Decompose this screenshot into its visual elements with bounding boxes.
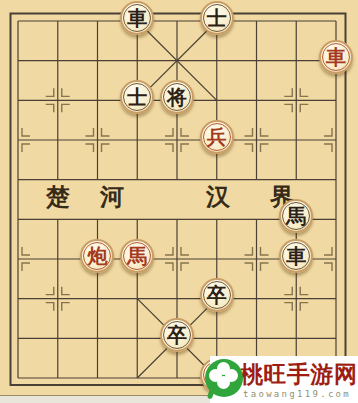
piece-glyph: 車	[122, 3, 152, 33]
piece-black-chariot[interactable]: 車	[120, 1, 154, 35]
xiangqi-board[interactable]: 車士車士将兵馬炮馬車卒卒帅	[0, 1, 356, 398]
piece-glyph: 車	[321, 42, 351, 72]
piece-glyph: 炮	[82, 241, 112, 271]
clover-logo-icon	[203, 359, 243, 399]
piece-black-advisor[interactable]: 士	[200, 1, 234, 35]
piece-red-chariot[interactable]: 車	[319, 40, 353, 74]
piece-black-general[interactable]: 将	[160, 80, 194, 114]
piece-glyph: 卒	[202, 280, 232, 310]
xiangqi-app-screenshot: 楚河汉界 車士車士将兵馬炮馬車卒卒帅 桃旺手游网 taowang119.com	[0, 0, 358, 403]
piece-glyph: 将	[162, 82, 192, 112]
piece-glyph: 士	[202, 3, 232, 33]
piece-glyph: 士	[122, 82, 152, 112]
piece-black-advisor[interactable]: 士	[120, 80, 154, 114]
piece-red-horse[interactable]: 馬	[120, 239, 154, 273]
piece-black-soldier[interactable]: 卒	[160, 318, 194, 352]
piece-glyph: 兵	[202, 122, 232, 152]
watermark-site-url: taowang119.com	[243, 390, 351, 399]
piece-black-soldier[interactable]: 卒	[200, 278, 234, 312]
piece-glyph: 車	[281, 241, 311, 271]
piece-glyph: 馬	[281, 201, 311, 231]
piece-red-soldier[interactable]: 兵	[200, 120, 234, 154]
piece-red-cannon[interactable]: 炮	[80, 239, 114, 273]
piece-black-chariot[interactable]: 車	[279, 239, 313, 273]
watermark-site-name: 桃旺手游网	[240, 361, 358, 386]
piece-glyph: 卒	[162, 320, 192, 350]
piece-black-horse[interactable]: 馬	[279, 199, 313, 233]
piece-glyph: 馬	[122, 241, 152, 271]
